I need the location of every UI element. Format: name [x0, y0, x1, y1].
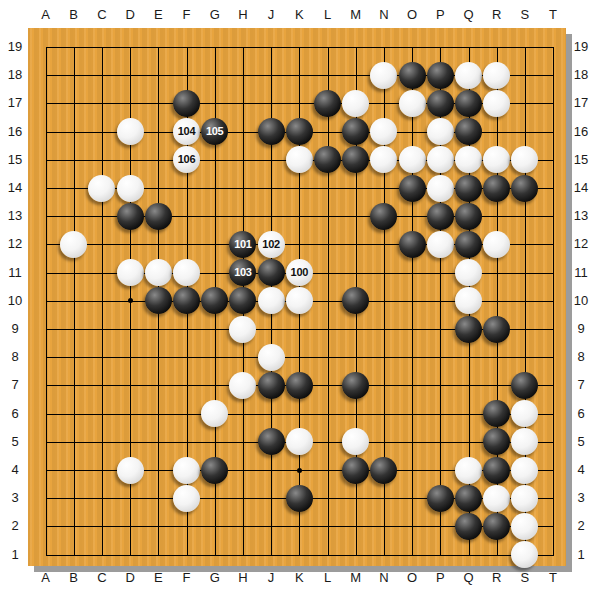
- stone-black: [342, 457, 369, 484]
- row-label: 19: [567, 39, 595, 55]
- column-label: P: [426, 570, 454, 586]
- row-label: 2: [1, 518, 29, 534]
- stone-white: [286, 428, 313, 455]
- stone-white-move-100: 100: [286, 259, 313, 286]
- row-label: 17: [567, 95, 595, 111]
- stone-white: [342, 428, 369, 455]
- column-label: S: [511, 7, 539, 23]
- stone-black: [455, 485, 482, 512]
- stone-white: [229, 372, 256, 399]
- stone-white: [455, 457, 482, 484]
- stone-white: [483, 231, 510, 258]
- stone-white: [117, 259, 144, 286]
- stone-black-move-101: 101: [229, 231, 256, 258]
- column-label: O: [398, 570, 426, 586]
- row-label: 1: [1, 547, 29, 563]
- column-label: A: [32, 7, 60, 23]
- row-label: 15: [567, 152, 595, 168]
- stone-white: [511, 146, 538, 173]
- column-label: D: [116, 570, 144, 586]
- stone-white: [483, 90, 510, 117]
- stone-white: [370, 146, 397, 173]
- stone-black: [314, 90, 341, 117]
- stone-white-move-102: 102: [258, 231, 285, 258]
- row-label: 5: [1, 434, 29, 450]
- grid-line-horizontal: [46, 555, 555, 556]
- column-label: J: [257, 570, 285, 586]
- row-label: 2: [567, 518, 595, 534]
- stone-white: [483, 146, 510, 173]
- column-label: C: [88, 570, 116, 586]
- stone-black: [258, 372, 285, 399]
- stone-white: [117, 457, 144, 484]
- column-label: G: [201, 7, 229, 23]
- column-label: N: [370, 570, 398, 586]
- column-label: C: [88, 7, 116, 23]
- stone-white: [258, 287, 285, 314]
- stone-black: [342, 372, 369, 399]
- column-label: Q: [455, 570, 483, 586]
- column-label: E: [144, 570, 172, 586]
- column-label: H: [229, 7, 257, 23]
- stone-white: [511, 513, 538, 540]
- stone-white: [427, 146, 454, 173]
- stone-white: [60, 231, 87, 258]
- stone-black: [455, 231, 482, 258]
- stone-white: [511, 541, 538, 568]
- stone-white: [117, 175, 144, 202]
- stone-black: [201, 287, 228, 314]
- stone-black: [201, 457, 228, 484]
- stone-black: [483, 175, 510, 202]
- stone-black: [427, 90, 454, 117]
- column-label: G: [201, 570, 229, 586]
- stone-black: [455, 118, 482, 145]
- row-label: 17: [1, 95, 29, 111]
- stone-black: [455, 90, 482, 117]
- stone-white: [455, 62, 482, 89]
- column-label: B: [60, 570, 88, 586]
- stone-black: [427, 62, 454, 89]
- column-label: R: [483, 7, 511, 23]
- stone-black: [483, 513, 510, 540]
- column-label: B: [60, 7, 88, 23]
- stone-black: [455, 316, 482, 343]
- stone-white: [173, 457, 200, 484]
- stone-white: [455, 287, 482, 314]
- stone-black: [314, 146, 341, 173]
- stone-black: [483, 400, 510, 427]
- row-label: 13: [1, 208, 29, 224]
- stone-black: [370, 457, 397, 484]
- row-label: 3: [567, 490, 595, 506]
- stone-black: [455, 175, 482, 202]
- row-label: 16: [1, 124, 29, 140]
- stone-black: [286, 118, 313, 145]
- stone-white: [427, 118, 454, 145]
- stone-black: [483, 428, 510, 455]
- stone-white: [399, 90, 426, 117]
- grid-line-horizontal: [46, 357, 555, 358]
- row-label: 18: [567, 67, 595, 83]
- stone-white-move-104: 104: [173, 118, 200, 145]
- column-label: L: [314, 7, 342, 23]
- row-label: 6: [1, 406, 29, 422]
- column-label: M: [342, 570, 370, 586]
- stone-white: [483, 62, 510, 89]
- row-label: 12: [1, 236, 29, 252]
- stone-black: [427, 485, 454, 512]
- stone-white: [117, 118, 144, 145]
- stone-white: [286, 146, 313, 173]
- stone-black: [399, 231, 426, 258]
- stone-white: [173, 259, 200, 286]
- stone-black: [399, 175, 426, 202]
- stone-black: [427, 203, 454, 230]
- row-label: 10: [567, 293, 595, 309]
- stone-black: [286, 372, 313, 399]
- stone-black: [145, 287, 172, 314]
- stone-white: [511, 428, 538, 455]
- stone-white: [427, 231, 454, 258]
- stone-white: [145, 259, 172, 286]
- stone-black: [258, 118, 285, 145]
- stone-black: [342, 146, 369, 173]
- grid-line-horizontal: [46, 414, 555, 415]
- row-label: 5: [567, 434, 595, 450]
- star-point: [128, 298, 133, 303]
- column-label: S: [511, 570, 539, 586]
- row-label: 7: [1, 377, 29, 393]
- stone-black: [455, 203, 482, 230]
- stone-white: [342, 90, 369, 117]
- stone-white: [511, 457, 538, 484]
- stone-white: [427, 175, 454, 202]
- star-point: [297, 468, 302, 473]
- stone-white: [286, 287, 313, 314]
- stone-white-move-106: 106: [173, 146, 200, 173]
- stone-white: [483, 485, 510, 512]
- stone-white: [399, 146, 426, 173]
- stone-white: [511, 400, 538, 427]
- row-label: 8: [567, 349, 595, 365]
- stone-white: [88, 175, 115, 202]
- stone-white: [511, 485, 538, 512]
- row-label: 11: [1, 265, 29, 281]
- stone-black-move-103: 103: [229, 259, 256, 286]
- grid-line-vertical: [328, 47, 329, 556]
- row-label: 7: [567, 377, 595, 393]
- stone-white: [370, 62, 397, 89]
- stone-black: [399, 62, 426, 89]
- stone-black: [511, 372, 538, 399]
- row-label: 4: [1, 462, 29, 478]
- stone-black: [258, 259, 285, 286]
- column-label: Q: [455, 7, 483, 23]
- go-diagram: 104105106101102103100 ABCDEFGHJKLMNOPQRS…: [0, 0, 600, 600]
- row-label: 14: [1, 180, 29, 196]
- row-label: 15: [1, 152, 29, 168]
- column-label: T: [539, 7, 567, 23]
- column-label: N: [370, 7, 398, 23]
- column-label: D: [116, 7, 144, 23]
- stone-white: [455, 146, 482, 173]
- column-label: R: [483, 570, 511, 586]
- column-label: H: [229, 570, 257, 586]
- stone-black: [173, 287, 200, 314]
- stone-black: [145, 203, 172, 230]
- stone-white: [455, 259, 482, 286]
- column-label: E: [144, 7, 172, 23]
- go-board[interactable]: 104105106101102103100: [28, 28, 566, 566]
- column-label: K: [285, 570, 313, 586]
- stone-black: [229, 287, 256, 314]
- stone-black: [117, 203, 144, 230]
- column-label: A: [32, 570, 60, 586]
- column-label: F: [173, 7, 201, 23]
- stone-black-move-105: 105: [201, 118, 228, 145]
- column-label: J: [257, 7, 285, 23]
- row-label: 1: [567, 547, 595, 563]
- stone-black: [258, 428, 285, 455]
- stone-black: [483, 316, 510, 343]
- stone-white: [201, 400, 228, 427]
- row-label: 4: [567, 462, 595, 478]
- row-label: 3: [1, 490, 29, 506]
- row-label: 18: [1, 67, 29, 83]
- stone-black: [342, 118, 369, 145]
- row-label: 11: [567, 265, 595, 281]
- row-label: 9: [1, 321, 29, 337]
- column-label: M: [342, 7, 370, 23]
- column-label: F: [173, 570, 201, 586]
- grid-line-vertical: [553, 47, 554, 556]
- row-label: 19: [1, 39, 29, 55]
- row-label: 9: [567, 321, 595, 337]
- stone-black: [483, 457, 510, 484]
- stone-black: [370, 203, 397, 230]
- stone-white: [370, 118, 397, 145]
- row-label: 8: [1, 349, 29, 365]
- stone-black: [173, 90, 200, 117]
- row-label: 10: [1, 293, 29, 309]
- column-label: T: [539, 570, 567, 586]
- column-label: O: [398, 7, 426, 23]
- stone-white: [173, 485, 200, 512]
- column-label: P: [426, 7, 454, 23]
- row-label: 12: [567, 236, 595, 252]
- grid-line-vertical: [412, 47, 413, 556]
- row-label: 6: [567, 406, 595, 422]
- stone-black: [455, 513, 482, 540]
- stone-white: [258, 344, 285, 371]
- stone-black: [511, 175, 538, 202]
- row-label: 16: [567, 124, 595, 140]
- column-label: L: [314, 570, 342, 586]
- stone-white: [229, 316, 256, 343]
- row-label: 13: [567, 208, 595, 224]
- stone-black: [342, 287, 369, 314]
- row-label: 14: [567, 180, 595, 196]
- column-label: K: [285, 7, 313, 23]
- stone-black: [286, 485, 313, 512]
